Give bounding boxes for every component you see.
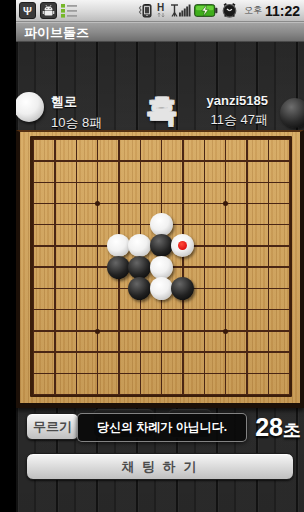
app-title: 파이브돌즈 [24, 25, 89, 40]
hsdpa-h-icon: H [155, 2, 167, 19]
app-screen: Ψ [16, 0, 304, 512]
move-timer: 28초 [255, 413, 301, 442]
last-move-marker [178, 241, 187, 250]
star-point [95, 201, 100, 206]
star-point [95, 329, 100, 334]
timer-unit: 초 [283, 420, 301, 440]
battery-charging-icon [194, 4, 218, 17]
white-stone [150, 213, 173, 236]
alarm-clock-icon [221, 2, 238, 19]
left-player-info: 헬로 10승 8패 [51, 93, 102, 132]
black-stone [150, 234, 173, 257]
white-stone [171, 234, 194, 257]
timer-seconds: 28 [255, 413, 283, 441]
time-period-label: 오후 [244, 4, 262, 17]
players-panel: 헬로 10승 8패 흑 yanzi5185 11승 47패 [16, 42, 304, 130]
android-robot-glyph [42, 4, 55, 17]
right-player-info: yanzi5185 11승 47패 [207, 93, 268, 129]
white-stone [107, 234, 130, 257]
turn-indicator: 흑 [145, 90, 179, 132]
status-bar-right: H [138, 2, 301, 19]
vibrate-phone-icon [138, 2, 152, 19]
right-player-stone-avatar [280, 98, 304, 128]
undo-button[interactable]: 무르기 [26, 413, 79, 440]
left-player-stone-avatar [16, 92, 44, 122]
white-stone [150, 256, 173, 279]
white-stone [150, 277, 173, 300]
notification-list-icon [61, 3, 78, 19]
clock-text: 11:22 [265, 3, 300, 19]
left-player-name: 헬로 [51, 93, 102, 111]
usb-icon: Ψ [19, 2, 36, 19]
black-stone [128, 256, 151, 279]
star-point [223, 329, 228, 334]
svg-text:H: H [157, 2, 164, 13]
black-stone [107, 256, 130, 279]
black-stone [128, 277, 151, 300]
status-bar: Ψ [16, 0, 304, 22]
not-your-turn-toast: 당신의 차례가 아닙니다. [77, 413, 247, 442]
signal-bars-icon [170, 3, 191, 18]
star-point [223, 201, 228, 206]
chat-button[interactable]: 채 팅 하 기 [26, 453, 294, 480]
black-stone [171, 277, 194, 300]
title-bar: 파이브돌즈 [16, 22, 304, 42]
gomoku-board[interactable] [16, 130, 304, 408]
right-player-record: 11승 47패 [207, 111, 268, 129]
right-player-name: yanzi5185 [207, 93, 268, 108]
android-debug-icon [40, 2, 57, 19]
